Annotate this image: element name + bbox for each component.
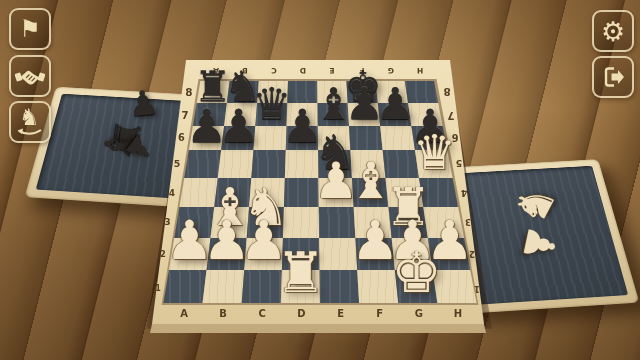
file-label-top: G [388,65,394,74]
exit-button[interactable] [592,56,634,98]
file-label-top: E [330,65,335,74]
handshake-icon [15,64,45,88]
tray-felt [459,166,628,305]
draw-offer-button[interactable] [9,55,51,97]
takeback-button[interactable]: ♞ [9,101,51,143]
chess-app-screen: ♟♜♝♟♞♟ AABBCCDDEEFFGGHH1122334455667788♜… [0,0,640,360]
tray-felt [36,94,185,198]
file-label-top: D [300,65,306,74]
settings-button[interactable]: ⚙ [592,10,634,52]
exit-icon [600,64,626,90]
file-label-top: C [271,65,277,74]
knight-undo-icon: ♞ [15,107,45,137]
resign-button[interactable]: ⚑ [9,8,51,50]
file-label-top: H [417,65,423,74]
gear-icon: ⚙ [601,18,625,45]
piece-white-queen-h5[interactable]: ♛ [413,128,456,176]
piece-white-rook-d1[interactable]: ♜ [275,245,325,301]
flag-icon: ⚑ [19,17,41,41]
piece-black-pawn-b6[interactable]: ♟ [218,103,259,149]
piece-white-king-g1[interactable]: ♚ [391,245,441,301]
